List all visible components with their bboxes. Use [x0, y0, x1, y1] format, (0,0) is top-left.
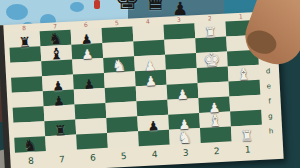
right-label-e: e	[261, 79, 278, 95]
square-a7: ♞	[40, 30, 72, 47]
square-e4	[136, 85, 168, 102]
square-a3	[164, 23, 196, 40]
wall-blob	[6, 4, 28, 20]
square-e7: ♟	[43, 90, 75, 107]
square-g1	[230, 110, 262, 127]
square-e2	[198, 81, 230, 98]
square-c5: ♞	[103, 56, 135, 73]
square-a4	[133, 25, 165, 42]
board-grid: ♜♞♟♜♝♟♞♟♚♟♟♟♝♟♟♟♜♟♟♝♞♞♜	[9, 20, 263, 153]
square-g4: ♟	[137, 115, 169, 132]
square-c6	[72, 58, 104, 75]
square-d2	[197, 66, 229, 83]
far-label-5: 5	[101, 18, 132, 28]
square-h3: ♞	[169, 128, 201, 145]
near-label-2: 2	[201, 142, 233, 160]
square-a8: ♜	[9, 31, 41, 48]
square-g6	[75, 118, 107, 135]
square-h6	[76, 133, 108, 150]
square-d7: ♟	[42, 75, 74, 92]
chess-board: ♜♞♟♜♝♟♞♟♚♟♟♟♝♟♟♟♜♟♟♝♞♞♜ 87654321 8765432…	[0, 11, 283, 168]
square-h8: ♞	[14, 136, 46, 153]
right-label-d: d	[260, 64, 277, 80]
square-d6: ♟	[73, 73, 105, 90]
offboard-black-queen: ♛	[143, 0, 168, 15]
square-d4: ♟	[135, 70, 167, 87]
right-label-h: h	[263, 124, 280, 140]
square-a6: ♟	[71, 28, 103, 45]
near-label-3: 3	[170, 144, 202, 162]
near-label-1: 1	[232, 141, 264, 159]
square-e5	[105, 86, 137, 103]
square-f5	[106, 101, 138, 118]
square-g8	[13, 121, 45, 138]
square-f4	[136, 100, 168, 117]
square-b5	[102, 41, 134, 58]
square-b8	[10, 46, 42, 63]
square-h7	[45, 135, 77, 152]
square-e3: ♟	[167, 83, 199, 100]
square-f2: ♟	[198, 96, 230, 113]
square-a5	[102, 26, 134, 43]
square-e8	[12, 91, 44, 108]
near-label-4: 4	[139, 146, 171, 164]
square-d8	[11, 76, 43, 93]
square-h2	[200, 126, 232, 143]
wall-blob	[70, 2, 84, 12]
square-f1	[229, 95, 261, 112]
square-g2: ♝	[199, 111, 231, 128]
square-d5	[104, 71, 136, 88]
square-f7	[44, 105, 76, 122]
near-label-8: 8	[15, 152, 47, 168]
square-b3	[164, 38, 196, 55]
square-d3	[166, 68, 198, 85]
square-b4	[133, 40, 165, 57]
square-e6	[74, 88, 106, 105]
square-c4: ♟	[134, 55, 166, 72]
right-label-f: f	[261, 94, 278, 110]
far-label-8: 8	[8, 23, 39, 33]
square-c3	[165, 53, 197, 70]
square-b6: ♟	[71, 43, 103, 60]
square-h4	[138, 130, 170, 147]
square-h5	[107, 131, 139, 148]
square-h1: ♜	[231, 125, 263, 142]
red-mark	[94, 0, 100, 9]
square-a2: ♜	[194, 22, 226, 39]
square-f6	[75, 103, 107, 120]
square-g3: ♟	[168, 113, 200, 130]
right-label-g: g	[262, 109, 279, 125]
square-d1: ♝	[228, 65, 260, 82]
square-g7: ♜	[44, 120, 76, 137]
offboard-black-king: ♚	[114, 0, 141, 14]
square-f3	[167, 98, 199, 115]
near-label-6: 6	[77, 149, 109, 167]
square-c7	[41, 60, 73, 77]
near-label-5: 5	[108, 147, 140, 165]
far-label-6: 6	[70, 20, 101, 30]
square-f8	[13, 106, 45, 123]
square-c2: ♚	[196, 51, 228, 68]
far-label-4: 4	[132, 17, 163, 27]
far-label-2: 2	[194, 14, 225, 24]
square-c8	[10, 61, 42, 78]
square-b7: ♝	[40, 45, 72, 62]
photo-scene: ♜♞♟♜♝♟♞♟♚♟♟♟♝♟♟♟♜♟♟♝♞♞♜ 87654321 8765432…	[0, 0, 300, 168]
near-label-7: 7	[46, 150, 78, 168]
square-g5	[106, 116, 138, 133]
square-e1	[229, 80, 261, 97]
far-label-7: 7	[39, 22, 70, 32]
offboard-black-pawn: ♟	[172, 0, 188, 18]
square-b2	[195, 37, 227, 54]
